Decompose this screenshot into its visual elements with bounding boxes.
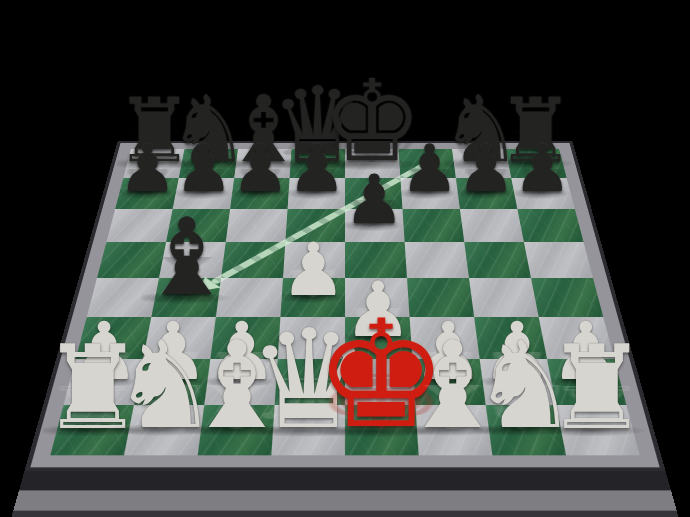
white-rook-h1[interactable]: ♜♜ — [545, 343, 649, 431]
piece-glyph: ♟ — [400, 144, 459, 194]
piece-glyph: ♟ — [175, 144, 234, 194]
piece-glyph: ♝ — [139, 218, 234, 299]
black-pawn-a7[interactable]: ♟♟ — [118, 144, 177, 194]
piece-glyph: ♟ — [118, 144, 177, 194]
pieces-layer: ♜♜♞♞♝♝♛♛♚♚♞♞♜♜♟♟♟♟♟♟♟♟♟♟♟♟♟♟♟♟♝♝♟♟♟♟♟♟♟♟… — [0, 0, 690, 517]
piece-glyph: ♟ — [457, 144, 516, 194]
black-pawn-g7[interactable]: ♟♟ — [457, 144, 516, 194]
black-pawn-f7[interactable]: ♟♟ — [400, 144, 459, 194]
piece-glyph: ♟ — [513, 144, 572, 194]
black-pawn-e6[interactable]: ♟♟ — [344, 175, 405, 227]
black-pawn-d7[interactable]: ♟♟ — [287, 144, 346, 194]
piece-glyph: ♟ — [344, 175, 405, 227]
black-pawn-b7[interactable]: ♟♟ — [175, 144, 234, 194]
black-pawn-h7[interactable]: ♟♟ — [513, 144, 572, 194]
chess-scene: ♜♜♞♞♝♝♛♛♚♚♞♞♜♜♟♟♟♟♟♟♟♟♟♟♟♟♟♟♟♟♝♝♟♟♟♟♟♟♟♟… — [0, 0, 690, 517]
black-bishop-b4[interactable]: ♝♝ — [139, 218, 234, 299]
piece-glyph: ♟ — [287, 144, 346, 194]
black-pawn-c7[interactable]: ♟♟ — [231, 144, 290, 194]
piece-glyph: ♟ — [231, 144, 290, 194]
piece-glyph: ♜ — [545, 343, 649, 431]
